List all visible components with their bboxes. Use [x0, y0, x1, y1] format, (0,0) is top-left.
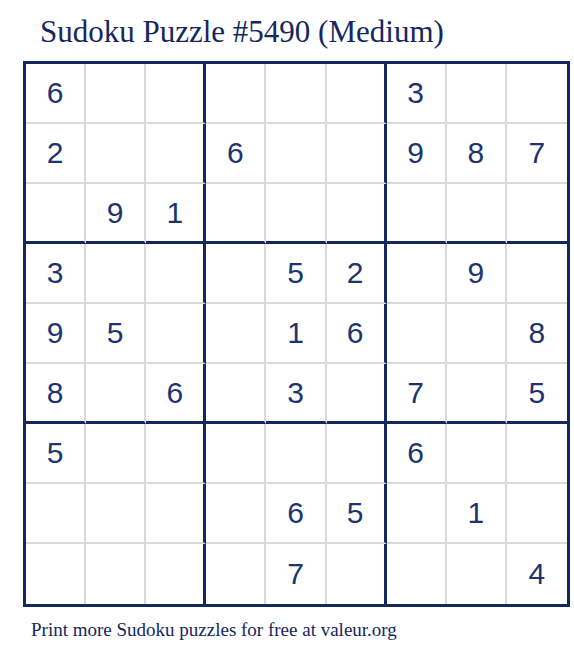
- cell-r5c5: 1: [266, 304, 326, 364]
- cell-r6c1: 8: [26, 364, 86, 424]
- cell-r2c9: 7: [507, 124, 567, 184]
- cell-r5c9: 8: [507, 304, 567, 364]
- cell-r2c3: [146, 124, 206, 184]
- sudoku-grid: 632698791352995168863755665174: [23, 61, 570, 607]
- cell-r8c3: [146, 484, 206, 544]
- cell-r8c8: 1: [447, 484, 507, 544]
- cell-r3c1: [26, 184, 86, 244]
- cell-r3c2: 9: [86, 184, 146, 244]
- cell-r2c2: [86, 124, 146, 184]
- cell-r1c2: [86, 64, 146, 124]
- cell-r4c8: 9: [447, 244, 507, 304]
- cell-r8c2: [86, 484, 146, 544]
- cell-r6c7: 7: [387, 364, 447, 424]
- cell-r5c4: [206, 304, 266, 364]
- cell-r9c1: [26, 544, 86, 604]
- cell-r1c4: [206, 64, 266, 124]
- cell-r6c5: 3: [266, 364, 326, 424]
- cell-r6c4: [206, 364, 266, 424]
- cell-r5c6: 6: [327, 304, 387, 364]
- cell-r4c1: 3: [26, 244, 86, 304]
- cell-r3c5: [266, 184, 326, 244]
- cell-r1c1: 6: [26, 64, 86, 124]
- page-title: Sudoku Puzzle #5490 (Medium): [40, 14, 444, 50]
- cell-r4c5: 5: [266, 244, 326, 304]
- cell-r8c4: [206, 484, 266, 544]
- cell-r8c6: 5: [327, 484, 387, 544]
- cell-r3c4: [206, 184, 266, 244]
- cell-r4c3: [146, 244, 206, 304]
- cell-r2c8: 8: [447, 124, 507, 184]
- cell-r6c9: 5: [507, 364, 567, 424]
- cell-r3c6: [327, 184, 387, 244]
- cell-r2c6: [327, 124, 387, 184]
- cell-r5c7: [387, 304, 447, 364]
- cell-r4c2: [86, 244, 146, 304]
- cell-r9c3: [146, 544, 206, 604]
- cell-r5c1: 9: [26, 304, 86, 364]
- cell-r8c5: 6: [266, 484, 326, 544]
- cell-r6c2: [86, 364, 146, 424]
- cell-r9c4: [206, 544, 266, 604]
- cell-r9c6: [327, 544, 387, 604]
- footer-text: Print more Sudoku puzzles for free at va…: [31, 619, 397, 641]
- cell-r1c9: [507, 64, 567, 124]
- cell-r3c8: [447, 184, 507, 244]
- cell-r9c7: [387, 544, 447, 604]
- cell-r7c6: [327, 424, 387, 484]
- cell-r4c9: [507, 244, 567, 304]
- cell-r4c7: [387, 244, 447, 304]
- cell-r2c4: 6: [206, 124, 266, 184]
- cell-r7c5: [266, 424, 326, 484]
- cell-r7c1: 5: [26, 424, 86, 484]
- cell-r6c3: 6: [146, 364, 206, 424]
- cell-r9c2: [86, 544, 146, 604]
- cell-r8c9: [507, 484, 567, 544]
- cell-r3c7: [387, 184, 447, 244]
- cell-r7c9: [507, 424, 567, 484]
- cell-r8c1: [26, 484, 86, 544]
- cell-r9c5: 7: [266, 544, 326, 604]
- cell-r4c4: [206, 244, 266, 304]
- cell-r6c8: [447, 364, 507, 424]
- cell-r3c9: [507, 184, 567, 244]
- cell-r1c6: [327, 64, 387, 124]
- cell-r1c3: [146, 64, 206, 124]
- cell-r1c5: [266, 64, 326, 124]
- cell-r2c1: 2: [26, 124, 86, 184]
- cell-r1c7: 3: [387, 64, 447, 124]
- cell-r4c6: 2: [327, 244, 387, 304]
- cell-r8c7: [387, 484, 447, 544]
- cell-r7c3: [146, 424, 206, 484]
- cell-r9c9: 4: [507, 544, 567, 604]
- cell-r2c7: 9: [387, 124, 447, 184]
- cell-r1c8: [447, 64, 507, 124]
- cell-r2c5: [266, 124, 326, 184]
- cell-r7c2: [86, 424, 146, 484]
- cell-r5c3: [146, 304, 206, 364]
- cell-r7c8: [447, 424, 507, 484]
- cell-r7c4: [206, 424, 266, 484]
- cell-r5c8: [447, 304, 507, 364]
- cell-r7c7: 6: [387, 424, 447, 484]
- cell-r3c3: 1: [146, 184, 206, 244]
- cell-r9c8: [447, 544, 507, 604]
- cell-r5c2: 5: [86, 304, 146, 364]
- cell-r6c6: [327, 364, 387, 424]
